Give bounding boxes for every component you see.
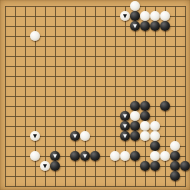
board-point[interactable]: [170, 51, 180, 61]
board-point[interactable]: [60, 51, 70, 61]
board-point[interactable]: [20, 61, 30, 71]
board-point[interactable]: [110, 31, 120, 41]
board-point[interactable]: [110, 101, 120, 111]
board-point[interactable]: [60, 181, 70, 190]
board-point[interactable]: [130, 1, 140, 11]
board-point[interactable]: [120, 111, 130, 121]
board-point[interactable]: [120, 51, 130, 61]
board-point[interactable]: [70, 31, 80, 41]
board-point[interactable]: [180, 101, 190, 111]
board-point[interactable]: [140, 161, 150, 171]
board-point[interactable]: [170, 61, 180, 71]
board-point[interactable]: [90, 171, 100, 181]
board-point[interactable]: [60, 151, 70, 161]
board-point[interactable]: [0, 141, 10, 151]
board-point[interactable]: [50, 111, 60, 121]
board-point[interactable]: [80, 61, 90, 71]
board-point[interactable]: [20, 141, 30, 151]
board-point[interactable]: [150, 151, 160, 161]
board-point[interactable]: [0, 1, 10, 11]
board-point[interactable]: [160, 81, 170, 91]
board-point[interactable]: [100, 41, 110, 51]
board-point[interactable]: [10, 121, 20, 131]
board-point[interactable]: [120, 61, 130, 71]
board-point[interactable]: [120, 11, 130, 21]
board-point[interactable]: [140, 61, 150, 71]
board-point[interactable]: [60, 61, 70, 71]
board-point[interactable]: [30, 71, 40, 81]
board-point[interactable]: [160, 91, 170, 101]
board-point[interactable]: [110, 161, 120, 171]
board-point[interactable]: [160, 11, 170, 21]
board-point[interactable]: [100, 151, 110, 161]
board-point[interactable]: [180, 1, 190, 11]
board-point[interactable]: [170, 81, 180, 91]
board-point[interactable]: [10, 91, 20, 101]
board-point[interactable]: [170, 141, 180, 151]
board-point[interactable]: [30, 161, 40, 171]
board-point[interactable]: [120, 31, 130, 41]
board-point[interactable]: [50, 31, 60, 41]
board-point[interactable]: [110, 181, 120, 190]
board-point[interactable]: [50, 21, 60, 31]
board-point[interactable]: [70, 171, 80, 181]
board-point[interactable]: [70, 151, 80, 161]
board-point[interactable]: [140, 131, 150, 141]
board-point[interactable]: [180, 51, 190, 61]
board-point[interactable]: [130, 141, 140, 151]
board-point[interactable]: [150, 91, 160, 101]
board-point[interactable]: [50, 131, 60, 141]
go-board[interactable]: [0, 0, 190, 190]
board-point[interactable]: [60, 11, 70, 21]
board-point[interactable]: [10, 101, 20, 111]
board-point[interactable]: [160, 131, 170, 141]
board-point[interactable]: [0, 121, 10, 131]
board-point[interactable]: [80, 111, 90, 121]
board-point[interactable]: [50, 101, 60, 111]
board-point[interactable]: [150, 31, 160, 41]
board-point[interactable]: [30, 81, 40, 91]
board-point[interactable]: [40, 1, 50, 11]
board-point[interactable]: [150, 71, 160, 81]
board-point[interactable]: [40, 141, 50, 151]
board-point[interactable]: [20, 131, 30, 141]
board-point[interactable]: [150, 21, 160, 31]
board-point[interactable]: [100, 11, 110, 21]
board-point[interactable]: [130, 151, 140, 161]
board-point[interactable]: [30, 51, 40, 61]
board-point[interactable]: [170, 131, 180, 141]
board-point[interactable]: [120, 101, 130, 111]
board-point[interactable]: [130, 11, 140, 21]
board-point[interactable]: [130, 91, 140, 101]
board-point[interactable]: [50, 81, 60, 91]
board-point[interactable]: [20, 181, 30, 190]
board-point[interactable]: [150, 101, 160, 111]
board-point[interactable]: [140, 31, 150, 41]
board-point[interactable]: [140, 181, 150, 190]
board-point[interactable]: [160, 161, 170, 171]
board-point[interactable]: [110, 91, 120, 101]
board-point[interactable]: [120, 1, 130, 11]
board-point[interactable]: [90, 1, 100, 11]
board-point[interactable]: [130, 71, 140, 81]
board-point[interactable]: [180, 121, 190, 131]
board-point[interactable]: [10, 151, 20, 161]
board-point[interactable]: [140, 41, 150, 51]
board-point[interactable]: [180, 41, 190, 51]
board-point[interactable]: [10, 111, 20, 121]
board-point[interactable]: [70, 101, 80, 111]
board-point[interactable]: [50, 61, 60, 71]
board-point[interactable]: [20, 51, 30, 61]
board-point[interactable]: [180, 81, 190, 91]
board-point[interactable]: [140, 51, 150, 61]
board-point[interactable]: [100, 81, 110, 91]
board-point[interactable]: [70, 161, 80, 171]
board-point[interactable]: [50, 1, 60, 11]
board-point[interactable]: [120, 71, 130, 81]
board-point[interactable]: [10, 171, 20, 181]
board-point[interactable]: [150, 131, 160, 141]
board-point[interactable]: [80, 71, 90, 81]
board-point[interactable]: [0, 21, 10, 31]
board-point[interactable]: [100, 121, 110, 131]
board-point[interactable]: [90, 161, 100, 171]
board-point[interactable]: [40, 81, 50, 91]
board-point[interactable]: [20, 161, 30, 171]
board-point[interactable]: [30, 91, 40, 101]
board-point[interactable]: [40, 71, 50, 81]
board-point[interactable]: [20, 111, 30, 121]
board-point[interactable]: [150, 11, 160, 21]
board-point[interactable]: [80, 21, 90, 31]
board-point[interactable]: [140, 81, 150, 91]
board-point[interactable]: [30, 41, 40, 51]
board-point[interactable]: [0, 161, 10, 171]
board-point[interactable]: [60, 131, 70, 141]
board-point[interactable]: [70, 71, 80, 81]
board-point[interactable]: [50, 121, 60, 131]
board-point[interactable]: [50, 91, 60, 101]
board-point[interactable]: [80, 41, 90, 51]
board-point[interactable]: [180, 11, 190, 21]
board-point[interactable]: [140, 11, 150, 21]
board-point[interactable]: [170, 41, 180, 51]
board-point[interactable]: [40, 181, 50, 190]
board-point[interactable]: [180, 181, 190, 190]
board-point[interactable]: [180, 131, 190, 141]
board-point[interactable]: [140, 141, 150, 151]
board-point[interactable]: [160, 111, 170, 121]
board-point[interactable]: [10, 141, 20, 151]
board-point[interactable]: [30, 61, 40, 71]
board-point[interactable]: [70, 41, 80, 51]
board-point[interactable]: [70, 11, 80, 21]
board-point[interactable]: [10, 161, 20, 171]
board-point[interactable]: [0, 91, 10, 101]
board-point[interactable]: [50, 161, 60, 171]
board-point[interactable]: [150, 171, 160, 181]
board-point[interactable]: [140, 111, 150, 121]
board-point[interactable]: [40, 51, 50, 61]
board-point[interactable]: [50, 41, 60, 51]
board-point[interactable]: [180, 61, 190, 71]
board-point[interactable]: [40, 101, 50, 111]
board-point[interactable]: [160, 21, 170, 31]
board-point[interactable]: [100, 21, 110, 31]
board-point[interactable]: [50, 171, 60, 181]
board-point[interactable]: [80, 11, 90, 21]
board-point[interactable]: [0, 171, 10, 181]
board-point[interactable]: [160, 1, 170, 11]
board-point[interactable]: [0, 31, 10, 41]
board-point[interactable]: [80, 181, 90, 190]
board-point[interactable]: [130, 171, 140, 181]
board-point[interactable]: [30, 21, 40, 31]
board-point[interactable]: [0, 51, 10, 61]
board-point[interactable]: [10, 61, 20, 71]
board-point[interactable]: [30, 31, 40, 41]
board-point[interactable]: [50, 71, 60, 81]
board-point[interactable]: [60, 101, 70, 111]
board-point[interactable]: [130, 181, 140, 190]
board-point[interactable]: [160, 101, 170, 111]
board-point[interactable]: [180, 161, 190, 171]
board-point[interactable]: [140, 101, 150, 111]
board-point[interactable]: [60, 171, 70, 181]
board-point[interactable]: [10, 131, 20, 141]
board-point[interactable]: [40, 131, 50, 141]
board-point[interactable]: [40, 121, 50, 131]
board-point[interactable]: [90, 131, 100, 141]
board-point[interactable]: [140, 21, 150, 31]
board-point[interactable]: [160, 151, 170, 161]
board-point[interactable]: [30, 121, 40, 131]
board-point[interactable]: [80, 161, 90, 171]
board-point[interactable]: [170, 151, 180, 161]
board-point[interactable]: [90, 111, 100, 121]
board-point[interactable]: [50, 151, 60, 161]
board-point[interactable]: [180, 31, 190, 41]
board-point[interactable]: [90, 141, 100, 151]
board-point[interactable]: [130, 161, 140, 171]
board-point[interactable]: [100, 161, 110, 171]
board-point[interactable]: [90, 31, 100, 41]
board-point[interactable]: [110, 81, 120, 91]
board-point[interactable]: [170, 171, 180, 181]
board-point[interactable]: [150, 81, 160, 91]
board-point[interactable]: [180, 151, 190, 161]
board-point[interactable]: [110, 131, 120, 141]
board-point[interactable]: [0, 11, 10, 21]
board-point[interactable]: [80, 31, 90, 41]
board-point[interactable]: [100, 91, 110, 101]
board-point[interactable]: [180, 141, 190, 151]
board-point[interactable]: [120, 91, 130, 101]
board-point[interactable]: [0, 181, 10, 190]
board-point[interactable]: [70, 141, 80, 151]
board-point[interactable]: [40, 111, 50, 121]
board-point[interactable]: [0, 61, 10, 71]
board-point[interactable]: [90, 151, 100, 161]
board-point[interactable]: [60, 91, 70, 101]
board-point[interactable]: [150, 141, 160, 151]
board-point[interactable]: [60, 1, 70, 11]
board-point[interactable]: [60, 21, 70, 31]
board-point[interactable]: [20, 91, 30, 101]
board-point[interactable]: [90, 81, 100, 91]
board-point[interactable]: [0, 111, 10, 121]
board-point[interactable]: [20, 151, 30, 161]
board-point[interactable]: [0, 41, 10, 51]
board-point[interactable]: [140, 1, 150, 11]
board-point[interactable]: [70, 131, 80, 141]
board-point[interactable]: [40, 21, 50, 31]
board-point[interactable]: [120, 81, 130, 91]
board-point[interactable]: [60, 71, 70, 81]
board-point[interactable]: [40, 171, 50, 181]
board-point[interactable]: [20, 1, 30, 11]
board-point[interactable]: [100, 171, 110, 181]
board-point[interactable]: [160, 121, 170, 131]
board-point[interactable]: [110, 141, 120, 151]
board-point[interactable]: [30, 171, 40, 181]
board-point[interactable]: [60, 41, 70, 51]
board-point[interactable]: [130, 111, 140, 121]
board-point[interactable]: [90, 101, 100, 111]
board-point[interactable]: [130, 121, 140, 131]
board-point[interactable]: [20, 71, 30, 81]
board-point[interactable]: [100, 31, 110, 41]
board-point[interactable]: [160, 51, 170, 61]
board-point[interactable]: [180, 91, 190, 101]
board-point[interactable]: [130, 131, 140, 141]
board-point[interactable]: [80, 91, 90, 101]
board-point[interactable]: [170, 71, 180, 81]
board-point[interactable]: [60, 81, 70, 91]
board-point[interactable]: [100, 61, 110, 71]
board-point[interactable]: [180, 71, 190, 81]
board-point[interactable]: [150, 161, 160, 171]
board-point[interactable]: [30, 131, 40, 141]
board-point[interactable]: [50, 11, 60, 21]
board-point[interactable]: [150, 1, 160, 11]
board-point[interactable]: [170, 181, 180, 190]
board-point[interactable]: [20, 11, 30, 21]
board-point[interactable]: [100, 131, 110, 141]
board-point[interactable]: [40, 11, 50, 21]
board-point[interactable]: [170, 121, 180, 131]
board-point[interactable]: [130, 31, 140, 41]
board-point[interactable]: [10, 21, 20, 31]
board-point[interactable]: [70, 121, 80, 131]
board-point[interactable]: [160, 181, 170, 190]
board-point[interactable]: [160, 71, 170, 81]
board-point[interactable]: [20, 21, 30, 31]
board-point[interactable]: [10, 181, 20, 190]
board-point[interactable]: [110, 1, 120, 11]
board-point[interactable]: [130, 101, 140, 111]
board-point[interactable]: [70, 1, 80, 11]
board-point[interactable]: [170, 11, 180, 21]
board-point[interactable]: [150, 181, 160, 190]
board-point[interactable]: [140, 171, 150, 181]
board-point[interactable]: [120, 131, 130, 141]
board-point[interactable]: [90, 71, 100, 81]
board-point[interactable]: [20, 31, 30, 41]
board-point[interactable]: [20, 41, 30, 51]
board-point[interactable]: [10, 41, 20, 51]
board-point[interactable]: [40, 41, 50, 51]
board-point[interactable]: [160, 171, 170, 181]
board-point[interactable]: [150, 111, 160, 121]
board-point[interactable]: [120, 171, 130, 181]
board-point[interactable]: [100, 71, 110, 81]
board-point[interactable]: [50, 51, 60, 61]
board-point[interactable]: [100, 141, 110, 151]
board-point[interactable]: [170, 1, 180, 11]
board-point[interactable]: [60, 111, 70, 121]
board-point[interactable]: [90, 181, 100, 190]
board-point[interactable]: [180, 21, 190, 31]
board-point[interactable]: [90, 121, 100, 131]
board-point[interactable]: [10, 1, 20, 11]
board-point[interactable]: [90, 51, 100, 61]
board-point[interactable]: [80, 1, 90, 11]
board-point[interactable]: [120, 161, 130, 171]
board-point[interactable]: [40, 31, 50, 41]
board-point[interactable]: [50, 141, 60, 151]
board-point[interactable]: [30, 181, 40, 190]
board-point[interactable]: [10, 71, 20, 81]
board-point[interactable]: [100, 51, 110, 61]
board-point[interactable]: [170, 101, 180, 111]
board-point[interactable]: [90, 61, 100, 71]
board-point[interactable]: [110, 111, 120, 121]
board-point[interactable]: [80, 121, 90, 131]
board-point[interactable]: [40, 91, 50, 101]
board-point[interactable]: [130, 81, 140, 91]
board-point[interactable]: [0, 131, 10, 141]
board-point[interactable]: [110, 21, 120, 31]
board-point[interactable]: [150, 41, 160, 51]
board-point[interactable]: [170, 21, 180, 31]
board-point[interactable]: [180, 111, 190, 121]
board-point[interactable]: [140, 151, 150, 161]
board-point[interactable]: [80, 171, 90, 181]
board-point[interactable]: [110, 51, 120, 61]
board-point[interactable]: [60, 141, 70, 151]
board-point[interactable]: [160, 31, 170, 41]
board-point[interactable]: [30, 141, 40, 151]
board-point[interactable]: [90, 41, 100, 51]
board-point[interactable]: [80, 141, 90, 151]
board-point[interactable]: [20, 171, 30, 181]
board-point[interactable]: [0, 81, 10, 91]
board-point[interactable]: [160, 41, 170, 51]
board-point[interactable]: [170, 91, 180, 101]
board-point[interactable]: [110, 171, 120, 181]
board-point[interactable]: [160, 141, 170, 151]
board-point[interactable]: [180, 171, 190, 181]
board-point[interactable]: [120, 41, 130, 51]
board-point[interactable]: [40, 161, 50, 171]
board-point[interactable]: [60, 121, 70, 131]
board-point[interactable]: [70, 111, 80, 121]
board-point[interactable]: [20, 101, 30, 111]
